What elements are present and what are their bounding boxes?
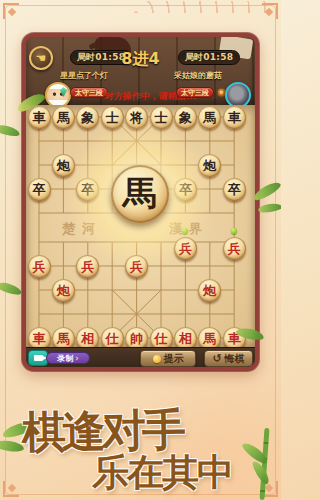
piece-炮[interactable]: 炮 xyxy=(198,279,221,302)
undo-move-button[interactable]: ↺ 悔棋 xyxy=(204,350,253,367)
video-camera-icon xyxy=(34,355,43,361)
piece-象[interactable]: 象 xyxy=(174,106,197,129)
piece-士[interactable]: 士 xyxy=(150,106,173,129)
hint-button[interactable]: 提示 xyxy=(140,350,196,367)
move-indicator-dot xyxy=(182,228,188,234)
right-timer: 局时01:58 xyxy=(178,50,240,65)
match-header: ☚ 局时01:58 8进4 局时01:58 星星点了个灯 太守三段 对方操作中，… xyxy=(26,37,255,105)
record-pill[interactable]: 录制 › xyxy=(46,352,90,364)
piece-兵[interactable]: 兵 xyxy=(76,255,99,278)
bottom-toolbar: 录制 › 提示 ↺ 悔棋 xyxy=(26,347,255,367)
piece-兵[interactable]: 兵 xyxy=(28,255,51,278)
xiangqi-board[interactable]: 楚河 漢界 車馬象士将士象馬車炮炮卒卒卒卒卒兵兵兵兵兵炮炮車馬相仕帥仕相馬車馬 xyxy=(26,105,255,347)
slogan-line-2: 乐在其中 xyxy=(92,448,232,498)
lightbulb-icon xyxy=(153,355,161,363)
left-player-name: 星星点了个灯 xyxy=(60,70,108,81)
move-indicator-dot xyxy=(231,228,237,234)
game-screen: ☚ 局时01:58 8进4 局时01:58 星星点了个灯 太守三段 对方操作中，… xyxy=(22,33,259,371)
piece-卒[interactable]: 卒 xyxy=(223,178,246,201)
undo-arrow-icon: ↺ xyxy=(212,353,221,364)
record-label: 录制 xyxy=(57,353,73,364)
piece-卒[interactable]: 卒 xyxy=(76,178,99,201)
piece-兵[interactable]: 兵 xyxy=(125,255,148,278)
piece-炮[interactable]: 炮 xyxy=(198,154,221,177)
animated-horse-piece: 馬 xyxy=(111,165,169,223)
chevron-right-icon: › xyxy=(75,354,78,363)
piece-車[interactable]: 車 xyxy=(223,106,246,129)
piece-兵[interactable]: 兵 xyxy=(174,237,197,260)
frame-scroll-ornament xyxy=(128,1,278,13)
frame-corner-ornament xyxy=(3,3,19,19)
piece-車[interactable]: 車 xyxy=(28,106,51,129)
piece-卒[interactable]: 卒 xyxy=(28,178,51,201)
app-root: { "game": "xiangqi (Chinese chess)", "po… xyxy=(0,0,281,500)
piece-卒[interactable]: 卒 xyxy=(174,178,197,201)
piece-馬[interactable]: 馬 xyxy=(198,106,221,129)
right-player-rank-badge: 太守三段 xyxy=(176,87,214,98)
piece-layer: 車馬象士将士象馬車炮炮卒卒卒卒卒兵兵兵兵兵炮炮車馬相仕帥仕相馬車馬 xyxy=(26,105,255,347)
piece-象[interactable]: 象 xyxy=(76,106,99,129)
piece-馬[interactable]: 馬 xyxy=(52,106,75,129)
piece-士[interactable]: 士 xyxy=(101,106,124,129)
right-player-name: 采姑娘的蘑菇 xyxy=(174,70,222,81)
hint-label: 提示 xyxy=(164,352,184,366)
piece-炮[interactable]: 炮 xyxy=(52,279,75,302)
frame-corner-ornament xyxy=(262,3,278,19)
record-button[interactable] xyxy=(28,350,48,366)
piece-将[interactable]: 将 xyxy=(125,106,148,129)
frame-corner-ornament xyxy=(3,481,19,497)
piece-兵[interactable]: 兵 xyxy=(223,237,246,260)
piece-炮[interactable]: 炮 xyxy=(52,154,75,177)
undo-label: 悔棋 xyxy=(225,352,245,366)
